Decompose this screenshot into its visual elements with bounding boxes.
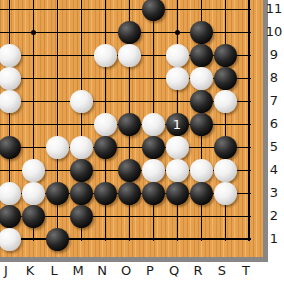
stone-black-J2[interactable] xyxy=(0,205,21,228)
stone-white-J8[interactable] xyxy=(0,67,21,90)
column-label-R: R xyxy=(186,263,210,279)
stone-black-L3[interactable] xyxy=(46,182,69,205)
stone-white-J7[interactable] xyxy=(0,90,21,113)
row-label-5: 5 xyxy=(264,139,284,155)
stone-black-P3[interactable] xyxy=(142,182,165,205)
row-label-9: 9 xyxy=(264,47,284,63)
column-label-K: K xyxy=(18,263,42,279)
stone-white-Q5[interactable] xyxy=(166,136,189,159)
column-label-S: S xyxy=(210,263,234,279)
column-label-N: N xyxy=(90,263,114,279)
stone-white-R4[interactable] xyxy=(190,159,213,182)
stone-white-J1[interactable] xyxy=(0,228,21,251)
stone-black-O10[interactable] xyxy=(118,21,141,44)
row-label-3: 3 xyxy=(264,185,284,201)
stone-black-L1[interactable] xyxy=(46,228,69,251)
go-board-screenshot: 1 JKLMNOPQRST 1110987654321 xyxy=(0,0,284,284)
row-label-1: 1 xyxy=(264,231,284,247)
column-label-Q: Q xyxy=(162,263,186,279)
stone-black-Q6[interactable]: 1 xyxy=(166,113,189,136)
stone-white-M7[interactable] xyxy=(70,90,93,113)
column-label-L: L xyxy=(42,263,66,279)
row-label-7: 7 xyxy=(264,93,284,109)
star-point-K10 xyxy=(31,30,36,35)
stone-white-K3[interactable] xyxy=(22,182,45,205)
move-number-label: 1 xyxy=(173,118,181,131)
stone-white-J9[interactable] xyxy=(0,44,21,67)
stone-white-N6[interactable] xyxy=(94,113,117,136)
grid-line-vertical-T xyxy=(248,0,250,241)
stone-black-O6[interactable] xyxy=(118,113,141,136)
grid-line-horizontal-1 xyxy=(0,238,251,240)
stone-black-P5[interactable] xyxy=(142,136,165,159)
board-surface[interactable]: 1 xyxy=(0,0,263,257)
row-label-2: 2 xyxy=(264,208,284,224)
row-label-4: 4 xyxy=(264,162,284,178)
stone-black-Q3[interactable] xyxy=(166,182,189,205)
stone-black-R6[interactable] xyxy=(190,113,213,136)
board-frame-edge-bottom xyxy=(0,257,268,262)
stone-black-O4[interactable] xyxy=(118,159,141,182)
stone-black-S8[interactable] xyxy=(214,67,237,90)
stone-white-K4[interactable] xyxy=(22,159,45,182)
stone-black-P11[interactable] xyxy=(142,0,165,21)
stone-black-M4[interactable] xyxy=(70,159,93,182)
stone-white-R8[interactable] xyxy=(190,67,213,90)
stone-black-R9[interactable] xyxy=(190,44,213,67)
stone-white-J3[interactable] xyxy=(0,182,21,205)
grid-line-vertical-S xyxy=(225,0,226,241)
stone-white-O9[interactable] xyxy=(118,44,141,67)
stone-black-R7[interactable] xyxy=(190,90,213,113)
stone-white-L5[interactable] xyxy=(46,136,69,159)
stone-white-Q4[interactable] xyxy=(166,159,189,182)
column-label-J: J xyxy=(0,263,18,279)
stone-white-S7[interactable] xyxy=(214,90,237,113)
stone-black-N3[interactable] xyxy=(94,182,117,205)
stone-white-S4[interactable] xyxy=(214,159,237,182)
stone-black-O3[interactable] xyxy=(118,182,141,205)
grid-line-vertical-L xyxy=(57,0,58,241)
stone-black-M2[interactable] xyxy=(70,205,93,228)
stone-white-S3[interactable] xyxy=(214,182,237,205)
stone-white-M5[interactable] xyxy=(70,136,93,159)
stone-black-J5[interactable] xyxy=(0,136,21,159)
stone-white-P6[interactable] xyxy=(142,113,165,136)
stone-black-R10[interactable] xyxy=(190,21,213,44)
row-label-6: 6 xyxy=(264,116,284,132)
row-label-11: 11 xyxy=(264,1,284,17)
stone-white-Q9[interactable] xyxy=(166,44,189,67)
grid-line-horizontal-11 xyxy=(0,9,251,10)
stone-black-M3[interactable] xyxy=(70,182,93,205)
stone-black-S9[interactable] xyxy=(214,44,237,67)
row-label-8: 8 xyxy=(264,70,284,86)
column-label-P: P xyxy=(138,263,162,279)
stone-black-K2[interactable] xyxy=(22,205,45,228)
stone-black-S5[interactable] xyxy=(214,136,237,159)
stone-white-N9[interactable] xyxy=(94,44,117,67)
star-point-Q10 xyxy=(175,30,180,35)
stone-white-Q8[interactable] xyxy=(166,67,189,90)
stone-white-P4[interactable] xyxy=(142,159,165,182)
column-label-T: T xyxy=(234,263,258,279)
column-label-M: M xyxy=(66,263,90,279)
stone-black-N5[interactable] xyxy=(94,136,117,159)
row-label-10: 10 xyxy=(264,24,284,40)
column-label-O: O xyxy=(114,263,138,279)
stone-black-R3[interactable] xyxy=(190,182,213,205)
